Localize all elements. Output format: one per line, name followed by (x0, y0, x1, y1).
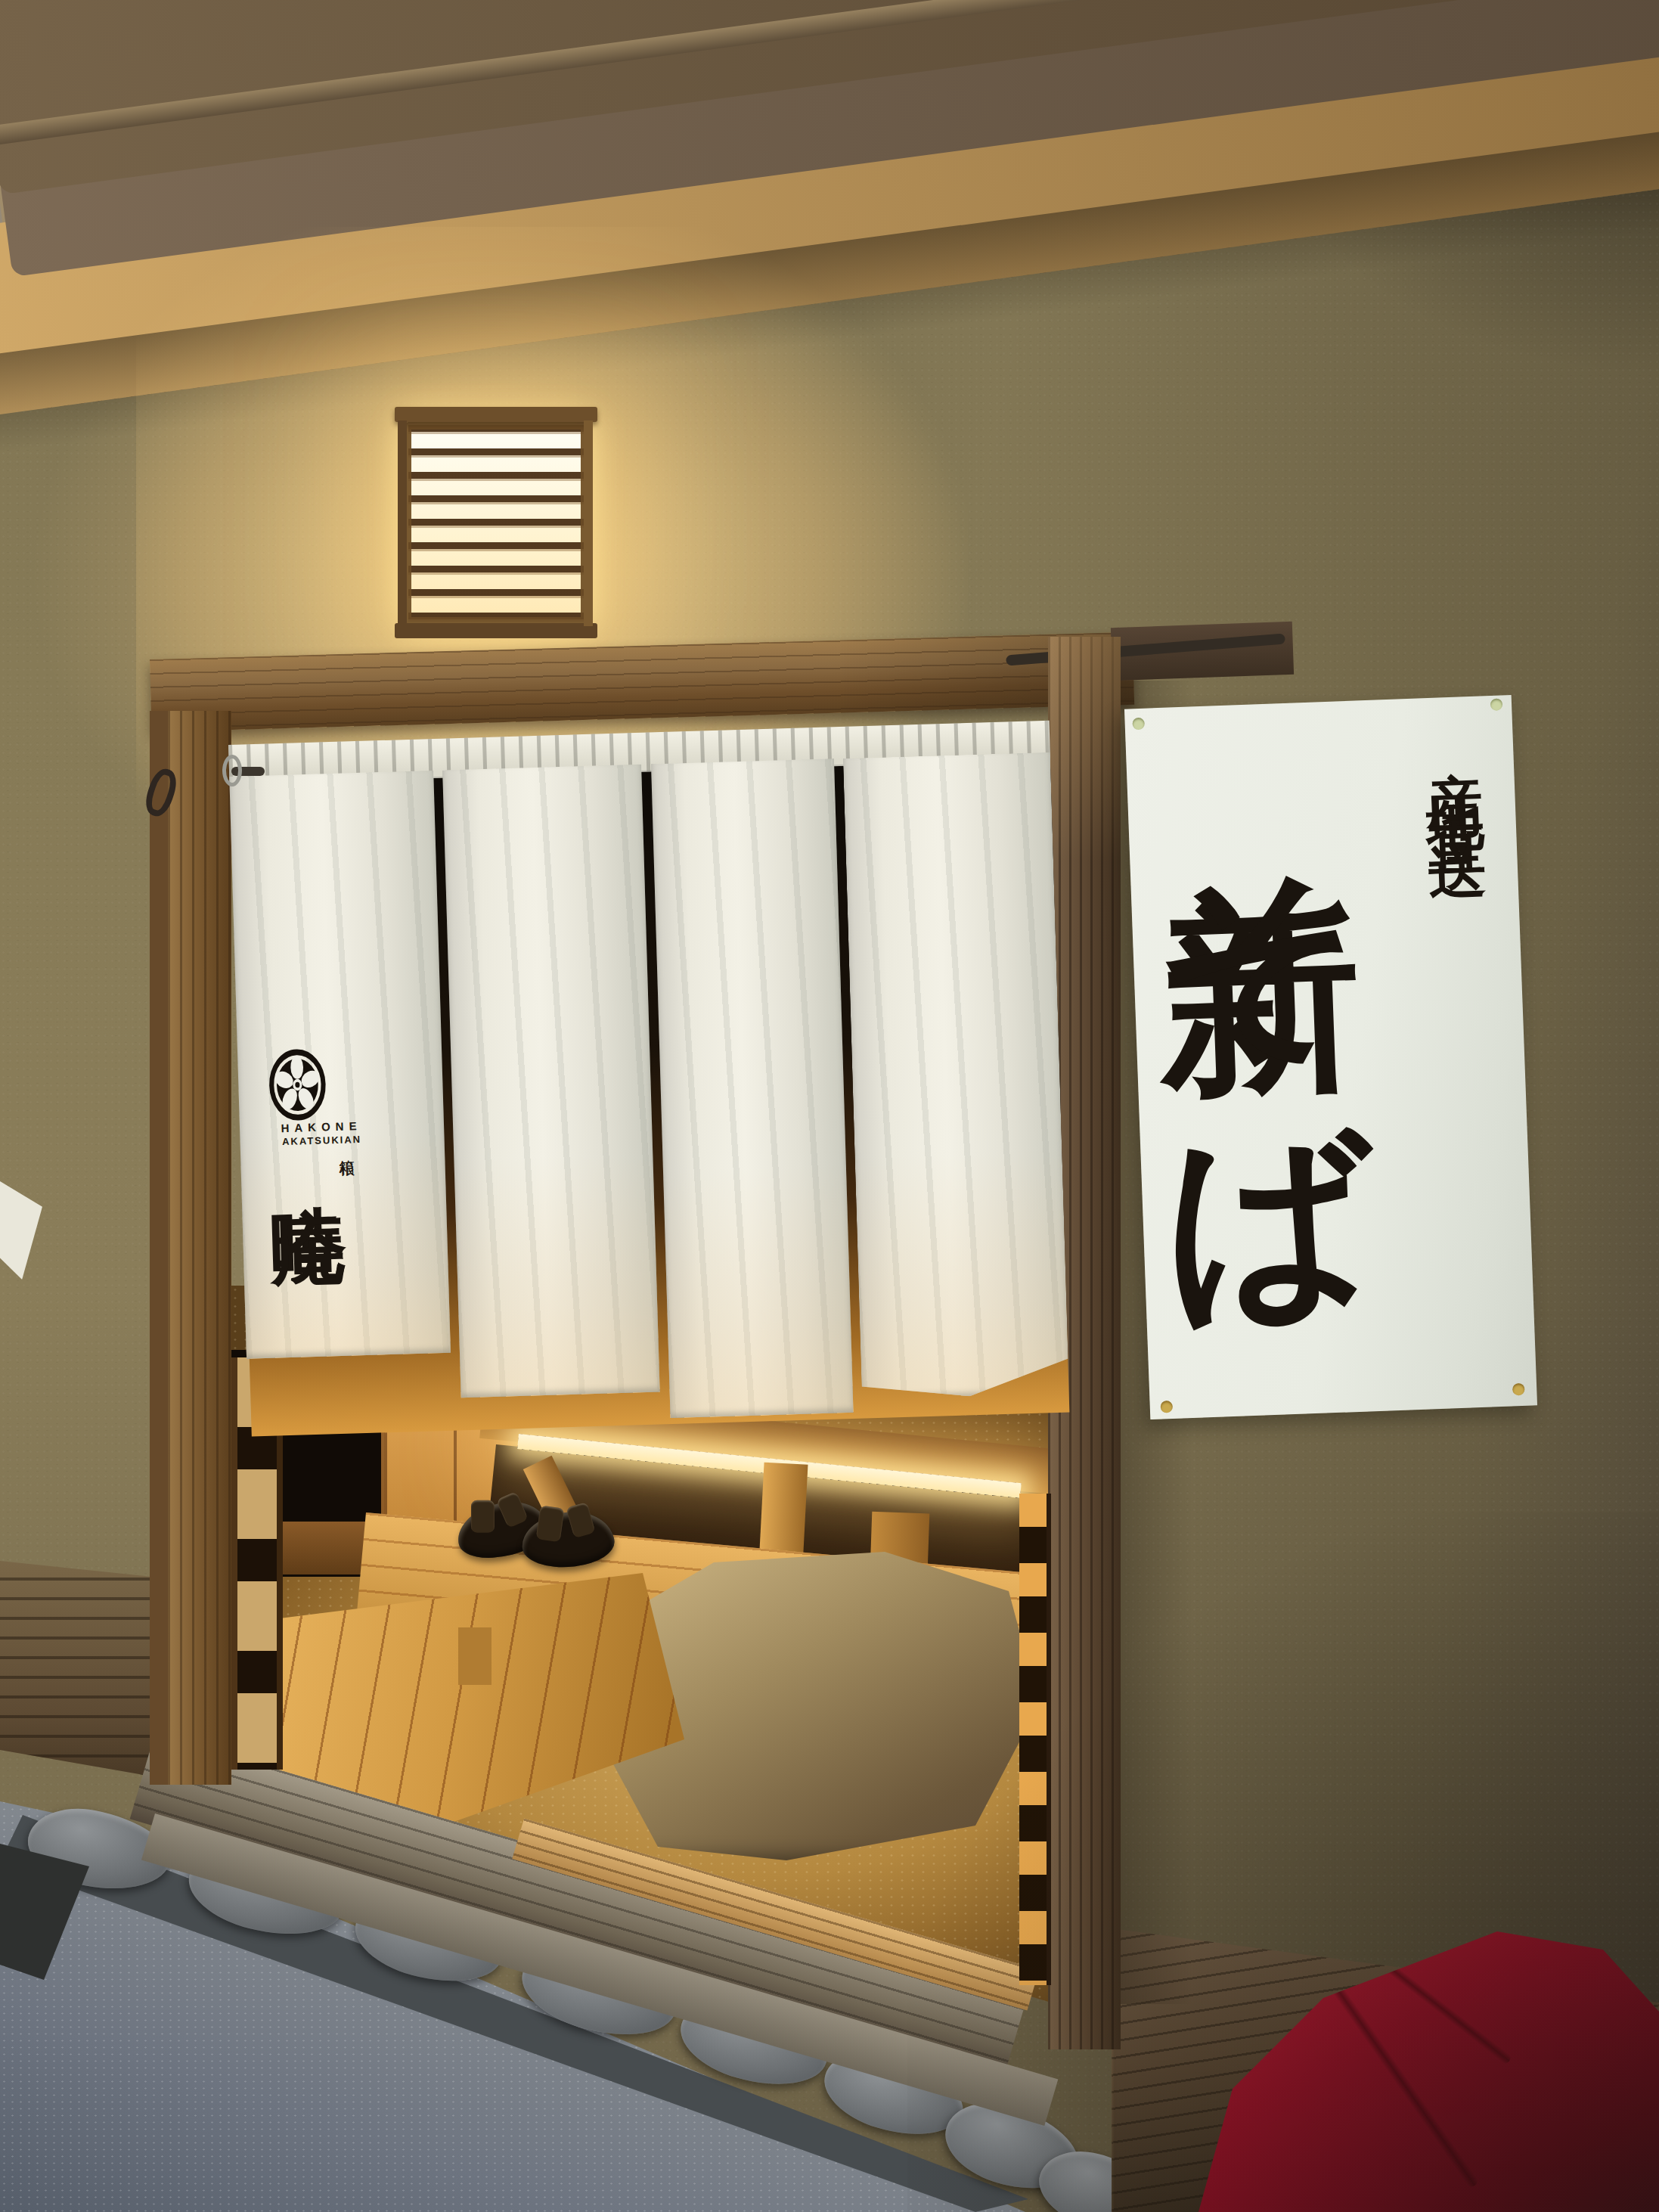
sakura-crest-icon (268, 1047, 327, 1122)
storefront-photo: HAKONE AKATSUKIAN 箱根 暁庵 産地直送 新そば (0, 0, 1659, 2212)
calligraphy-poster: 産地直送 新そば (1124, 695, 1537, 1419)
poster-pin (1512, 1383, 1525, 1396)
noren-panel-1: HAKONE AKATSUKIAN 箱根 暁庵 (229, 771, 451, 1359)
sandal-strap (536, 1505, 565, 1542)
left-door-post (168, 711, 231, 1785)
poster-pin (1490, 698, 1503, 711)
lantern-top-cap (395, 407, 597, 422)
noren-panel-2 (442, 765, 660, 1398)
noren-curtain: HAKONE AKATSUKIAN 箱根 暁庵 (228, 721, 1071, 1486)
poster-main-calligraphy: 新そば (1151, 717, 1375, 1211)
rod-metal-hook (222, 755, 242, 786)
poster-side-note: 産地直送 (1413, 723, 1495, 822)
deck-leg (458, 1627, 491, 1685)
noren-panel-4 (843, 752, 1069, 1400)
lantern-frame (404, 422, 588, 625)
noren-panel-3 (651, 759, 854, 1418)
corner-shadow (907, 1512, 1659, 2212)
noren-place-label: 箱根 (337, 1147, 355, 1148)
poster-pin (1161, 1401, 1174, 1413)
wall-lantern (411, 428, 581, 619)
sandal-strap (471, 1500, 495, 1533)
lantern-side-rail (584, 420, 593, 626)
left-post-trim (150, 711, 169, 1785)
lantern-bottom-cap (395, 623, 597, 638)
lantern-side-rail (398, 420, 407, 626)
